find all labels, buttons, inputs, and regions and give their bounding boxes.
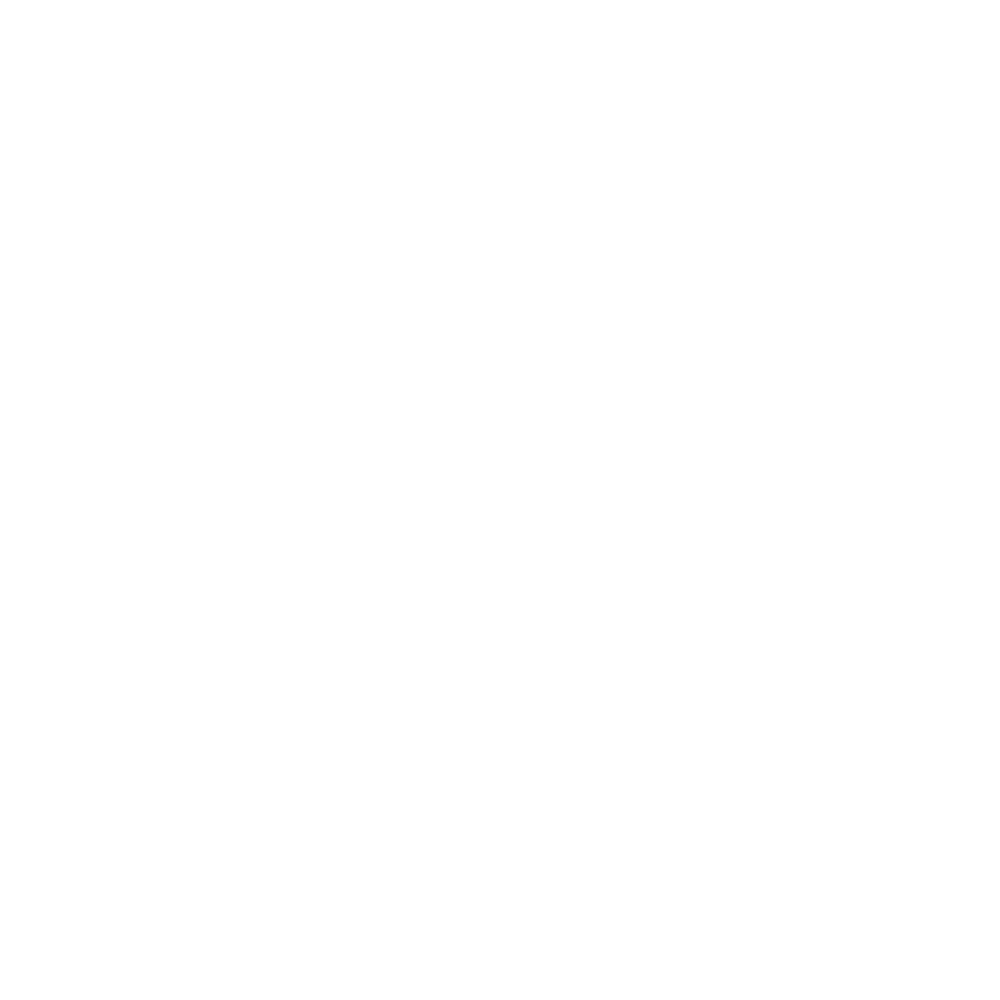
scene [0,0,1000,1000]
pegboard [0,0,1000,1000]
